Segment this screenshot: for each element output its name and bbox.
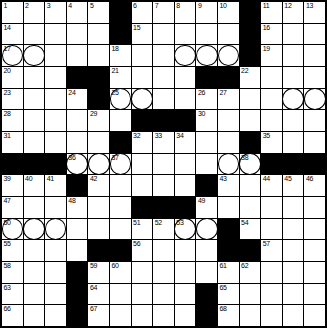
cell-r4c12[interactable]: 22 [240, 67, 261, 88]
black-cell-r12c12 [240, 240, 261, 261]
cell-r15c9[interactable] [175, 305, 196, 326]
black-cell-r6c7 [132, 110, 153, 131]
cell-r11c10[interactable] [196, 219, 217, 240]
cell-r7c9[interactable]: 34 [175, 132, 196, 153]
black-cell-r4c5 [88, 67, 109, 88]
clue-number: 61 [220, 262, 227, 270]
cell-r15c5[interactable]: 67 [88, 305, 109, 326]
cell-r10c12[interactable] [240, 197, 261, 218]
cell-r7c2[interactable] [24, 132, 45, 153]
black-cell-r11c11 [218, 219, 239, 240]
cell-r13c5[interactable]: 59 [88, 262, 109, 283]
cell-r7c10[interactable] [196, 132, 217, 153]
cell-r4c8[interactable] [153, 67, 174, 88]
clue-number: 31 [4, 132, 11, 140]
cell-r13c9[interactable] [175, 262, 196, 283]
cell-r9c15[interactable]: 46 [304, 175, 325, 196]
cell-r13c10[interactable] [196, 262, 217, 283]
cell-r3c4[interactable] [67, 45, 88, 66]
circle-marker [23, 45, 45, 67]
cell-r15c8[interactable] [153, 305, 174, 326]
clue-number: 16 [263, 24, 270, 32]
cell-r12c4[interactable] [67, 240, 88, 261]
cell-r14c1[interactable]: 63 [2, 284, 23, 305]
cell-r5c14[interactable] [283, 89, 304, 110]
cell-r5c15[interactable] [304, 89, 325, 110]
cell-r4c6[interactable]: 21 [110, 67, 131, 88]
cell-r2c7[interactable]: 15 [132, 24, 153, 45]
cell-r13c2[interactable] [24, 262, 45, 283]
clue-number: 45 [284, 175, 291, 183]
clue-number: 23 [4, 89, 11, 97]
cell-r5c7[interactable] [132, 89, 153, 110]
cell-r5c2[interactable] [24, 89, 45, 110]
cell-r15c12[interactable] [240, 305, 261, 326]
clue-number: 10 [220, 2, 227, 10]
cell-r3c6[interactable]: 18 [110, 45, 131, 66]
circle-marker [23, 218, 45, 240]
clue-number: 53 [176, 219, 183, 227]
cell-r6c15[interactable] [304, 110, 325, 131]
clue-number: 7 [155, 2, 159, 10]
black-cell-r12c6 [110, 240, 131, 261]
clue-number: 39 [4, 175, 11, 183]
cell-r11c4[interactable] [67, 219, 88, 240]
cell-r11c14[interactable] [283, 219, 304, 240]
black-cell-r10c9 [175, 197, 196, 218]
cell-r8c4[interactable]: 36 [67, 154, 88, 175]
cell-r10c13[interactable] [261, 197, 282, 218]
cell-r15c15[interactable] [304, 305, 325, 326]
cell-r7c7[interactable]: 32 [132, 132, 153, 153]
black-cell-r8c14 [283, 154, 304, 175]
cell-r4c13[interactable] [261, 67, 282, 88]
clue-number: 25 [112, 89, 119, 97]
black-cell-r10c7 [132, 197, 153, 218]
cell-r2c1[interactable]: 14 [2, 24, 23, 45]
clue-number: 19 [263, 45, 270, 53]
cell-r3c1[interactable]: 17 [2, 45, 23, 66]
cell-r9c14[interactable]: 45 [283, 175, 304, 196]
cell-r5c8[interactable] [153, 89, 174, 110]
cell-r10c15[interactable] [304, 197, 325, 218]
black-cell-r4c10 [196, 67, 217, 88]
cell-r8c11[interactable] [218, 154, 239, 175]
clue-number: 56 [133, 240, 140, 248]
black-cell-r6c9 [175, 110, 196, 131]
cell-r13c7[interactable] [132, 262, 153, 283]
cell-r5c11[interactable]: 27 [218, 89, 239, 110]
cell-r9c5[interactable]: 42 [88, 175, 109, 196]
circle-marker [218, 45, 240, 67]
circle-marker [196, 45, 218, 67]
black-cell-r9c10 [196, 175, 217, 196]
cell-r1c9[interactable]: 8 [175, 2, 196, 23]
cell-r12c7[interactable]: 56 [132, 240, 153, 261]
cell-r11c15[interactable] [304, 219, 325, 240]
cell-r6c10[interactable]: 30 [196, 110, 217, 131]
black-cell-r13c4 [67, 262, 88, 283]
clue-number: 11 [263, 2, 270, 10]
cell-r6c12[interactable] [240, 110, 261, 131]
clue-number: 55 [4, 240, 11, 248]
clue-number: 18 [112, 45, 119, 53]
cell-r3c8[interactable] [153, 45, 174, 66]
clue-number: 68 [220, 305, 227, 313]
clue-number: 20 [4, 67, 11, 75]
cell-r3c3[interactable] [45, 45, 66, 66]
cell-r4c14[interactable] [283, 67, 304, 88]
cell-r13c8[interactable] [153, 262, 174, 283]
cell-r5c12[interactable] [240, 89, 261, 110]
circle-marker [196, 218, 218, 240]
cell-r1c1[interactable]: 1 [2, 2, 23, 23]
clue-number: 13 [306, 2, 313, 10]
black-cell-r7c12 [240, 132, 261, 153]
cell-r10c11[interactable] [218, 197, 239, 218]
cell-r9c2[interactable]: 40 [24, 175, 45, 196]
cell-r6c5[interactable]: 29 [88, 110, 109, 131]
cell-r5c6[interactable]: 25 [110, 89, 131, 110]
cell-r6c3[interactable] [45, 110, 66, 131]
cell-r1c15[interactable]: 13 [304, 2, 325, 23]
cell-r13c3[interactable] [45, 262, 66, 283]
cell-r3c14[interactable] [283, 45, 304, 66]
cell-r6c14[interactable] [283, 110, 304, 131]
clue-number: 43 [220, 175, 227, 183]
cell-r15c13[interactable] [261, 305, 282, 326]
clue-number: 37 [112, 154, 119, 162]
cell-r14c9[interactable] [175, 284, 196, 305]
cell-r3c13[interactable]: 19 [261, 45, 282, 66]
cell-r12c10[interactable] [196, 240, 217, 261]
cell-r14c13[interactable] [261, 284, 282, 305]
cell-r7c13[interactable]: 35 [261, 132, 282, 153]
cell-r11c3[interactable] [45, 219, 66, 240]
cell-r10c14[interactable] [283, 197, 304, 218]
cell-r5c1[interactable]: 23 [2, 89, 23, 110]
cell-r10c4[interactable]: 48 [67, 197, 88, 218]
cell-r12c1[interactable]: 55 [2, 240, 23, 261]
cell-r9c1[interactable]: 39 [2, 175, 23, 196]
cell-r8c7[interactable] [132, 154, 153, 175]
cell-r1c5[interactable]: 5 [88, 2, 109, 23]
black-cell-r12c5 [88, 240, 109, 261]
cell-r9c13[interactable]: 44 [261, 175, 282, 196]
cell-r8c12[interactable]: 38 [240, 154, 261, 175]
cell-r1c8[interactable]: 7 [153, 2, 174, 23]
black-cell-r6c8 [153, 110, 174, 131]
cell-r13c12[interactable]: 62 [240, 262, 261, 283]
cell-r14c7[interactable] [132, 284, 153, 305]
cell-r12c8[interactable] [153, 240, 174, 261]
cell-r5c13[interactable] [261, 89, 282, 110]
cell-r6c13[interactable] [261, 110, 282, 131]
black-cell-r15c10 [196, 305, 217, 326]
cell-r14c2[interactable] [24, 284, 45, 305]
clue-number: 42 [90, 175, 97, 183]
cell-r11c6[interactable] [110, 219, 131, 240]
clue-number: 36 [68, 154, 75, 162]
cell-r11c12[interactable]: 54 [240, 219, 261, 240]
cell-r11c8[interactable]: 52 [153, 219, 174, 240]
clue-number: 27 [220, 89, 227, 97]
clue-number: 35 [263, 132, 270, 140]
cell-r1c11[interactable]: 10 [218, 2, 239, 23]
cell-r2c5[interactable] [88, 24, 109, 45]
cell-r7c14[interactable] [283, 132, 304, 153]
cell-r2c9[interactable] [175, 24, 196, 45]
clue-number: 58 [4, 262, 11, 270]
clue-number: 34 [176, 132, 183, 140]
clue-number: 44 [263, 175, 270, 183]
crossword-puzzle: 1234567891011121314151617181920212223242… [0, 0, 327, 328]
cell-r9c7[interactable] [132, 175, 153, 196]
cell-r2c3[interactable] [45, 24, 66, 45]
clue-number: 8 [176, 2, 180, 10]
cell-r12c15[interactable] [304, 240, 325, 261]
cell-r12c2[interactable] [24, 240, 45, 261]
clue-number: 29 [90, 110, 97, 118]
cell-r3c7[interactable] [132, 45, 153, 66]
cell-r10c3[interactable] [45, 197, 66, 218]
cell-r15c7[interactable] [132, 305, 153, 326]
clue-number: 21 [112, 67, 119, 75]
clue-number: 17 [4, 45, 11, 53]
clue-number: 49 [198, 197, 205, 205]
cell-r14c15[interactable] [304, 284, 325, 305]
black-cell-r14c10 [196, 284, 217, 305]
cell-r11c13[interactable] [261, 219, 282, 240]
cell-r7c11[interactable] [218, 132, 239, 153]
cell-r8c9[interactable] [175, 154, 196, 175]
cell-r12c9[interactable] [175, 240, 196, 261]
cell-r15c3[interactable] [45, 305, 66, 326]
cell-r13c11[interactable]: 61 [218, 262, 239, 283]
clue-number: 48 [68, 197, 75, 205]
cell-r2c4[interactable] [67, 24, 88, 45]
cell-r2c14[interactable] [283, 24, 304, 45]
black-cell-r5c5 [88, 89, 109, 110]
clue-number: 41 [47, 175, 54, 183]
cell-r13c6[interactable]: 60 [110, 262, 131, 283]
cell-r6c6[interactable] [110, 110, 131, 131]
cell-r15c1[interactable]: 66 [2, 305, 23, 326]
cell-r6c4[interactable] [67, 110, 88, 131]
clue-number: 15 [133, 24, 140, 32]
clue-number: 40 [25, 175, 32, 183]
clue-number: 52 [155, 219, 162, 227]
circle-marker [131, 88, 153, 110]
black-cell-r4c11 [218, 67, 239, 88]
clue-number: 64 [90, 284, 97, 292]
cell-r13c15[interactable] [304, 262, 325, 283]
black-cell-r10c8 [153, 197, 174, 218]
black-cell-r2c12 [240, 24, 261, 45]
cell-r1c7[interactable]: 6 [132, 2, 153, 23]
black-cell-r3c12 [240, 45, 261, 66]
circle-marker [304, 88, 326, 110]
cell-r3c10[interactable] [196, 45, 217, 66]
cell-r4c3[interactable] [45, 67, 66, 88]
clue-number: 12 [284, 2, 291, 10]
cell-r15c6[interactable] [110, 305, 131, 326]
cell-r4c2[interactable] [24, 67, 45, 88]
cell-r13c13[interactable] [261, 262, 282, 283]
clue-number: 1 [4, 2, 8, 10]
cell-r14c8[interactable] [153, 284, 174, 305]
clue-number: 6 [133, 2, 137, 10]
cell-r2c11[interactable] [218, 24, 239, 45]
black-cell-r7c6 [110, 132, 131, 153]
cell-r3c11[interactable] [218, 45, 239, 66]
cell-r15c14[interactable] [283, 305, 304, 326]
clue-number: 3 [47, 2, 51, 10]
cell-r1c4[interactable]: 4 [67, 2, 88, 23]
cell-r9c8[interactable] [153, 175, 174, 196]
clue-number: 67 [90, 305, 97, 313]
black-cell-r4c4 [67, 67, 88, 88]
black-cell-r2c6 [110, 24, 131, 45]
clue-number: 28 [4, 110, 11, 118]
clue-number: 47 [4, 197, 11, 205]
clue-number: 50 [4, 219, 11, 227]
cell-r4c7[interactable] [132, 67, 153, 88]
clue-number: 32 [133, 132, 140, 140]
clue-number: 38 [241, 154, 248, 162]
cell-r9c12[interactable] [240, 175, 261, 196]
cell-r3c5[interactable] [88, 45, 109, 66]
cell-r9c9[interactable] [175, 175, 196, 196]
cell-r1c2[interactable]: 2 [24, 2, 45, 23]
cell-r2c10[interactable] [196, 24, 217, 45]
cell-r10c5[interactable] [88, 197, 109, 218]
cell-r5c4[interactable]: 24 [67, 89, 88, 110]
clue-number: 62 [241, 262, 248, 270]
clue-number: 66 [4, 305, 11, 313]
cell-r8c5[interactable] [88, 154, 109, 175]
cell-r10c1[interactable]: 47 [2, 197, 23, 218]
clue-number: 2 [25, 2, 29, 10]
cell-r10c10[interactable]: 49 [196, 197, 217, 218]
cell-r11c9[interactable]: 53 [175, 219, 196, 240]
black-cell-r8c15 [304, 154, 325, 175]
black-cell-r12c11 [218, 240, 239, 261]
cell-r6c2[interactable] [24, 110, 45, 131]
cell-r5c10[interactable]: 26 [196, 89, 217, 110]
circle-marker [282, 88, 304, 110]
cell-r14c12[interactable] [240, 284, 261, 305]
cell-r3c9[interactable] [175, 45, 196, 66]
cell-r2c8[interactable] [153, 24, 174, 45]
cell-r3c2[interactable] [24, 45, 45, 66]
cell-r2c2[interactable] [24, 24, 45, 45]
clue-number: 65 [220, 284, 227, 292]
cell-r1c10[interactable]: 9 [196, 2, 217, 23]
black-cell-r1c12 [240, 2, 261, 23]
cell-r9c3[interactable]: 41 [45, 175, 66, 196]
circle-marker [45, 218, 67, 240]
clue-number: 24 [68, 89, 75, 97]
cell-r15c11[interactable]: 68 [218, 305, 239, 326]
clue-number: 5 [90, 2, 94, 10]
cell-r12c3[interactable] [45, 240, 66, 261]
cell-r4c9[interactable] [175, 67, 196, 88]
black-cell-r8c1 [2, 154, 23, 175]
cell-r12c14[interactable] [283, 240, 304, 261]
cell-r2c15[interactable] [304, 24, 325, 45]
cell-r13c1[interactable]: 58 [2, 262, 23, 283]
cell-r14c11[interactable]: 65 [218, 284, 239, 305]
black-cell-r8c3 [45, 154, 66, 175]
cell-r9c6[interactable] [110, 175, 131, 196]
cell-r10c2[interactable] [24, 197, 45, 218]
cell-r13c14[interactable] [283, 262, 304, 283]
cell-r6c11[interactable] [218, 110, 239, 131]
cell-r7c1[interactable]: 31 [2, 132, 23, 153]
cell-r4c1[interactable]: 20 [2, 67, 23, 88]
clue-number: 60 [112, 262, 119, 270]
cell-r1c3[interactable]: 3 [45, 2, 66, 23]
cell-r14c6[interactable] [110, 284, 131, 305]
cell-r5c3[interactable] [45, 89, 66, 110]
cell-r11c2[interactable] [24, 219, 45, 240]
black-cell-r1c6 [110, 2, 131, 23]
cell-r8c10[interactable] [196, 154, 217, 175]
cell-r8c6[interactable]: 37 [110, 154, 131, 175]
clue-number: 46 [306, 175, 313, 183]
circle-marker [218, 153, 240, 175]
clue-number: 14 [4, 24, 11, 32]
cell-r14c3[interactable] [45, 284, 66, 305]
cell-r7c4[interactable] [67, 132, 88, 153]
cell-r1c13[interactable]: 11 [261, 2, 282, 23]
cell-r7c8[interactable]: 33 [153, 132, 174, 153]
cell-r9c11[interactable]: 43 [218, 175, 239, 196]
clue-number: 33 [155, 132, 162, 140]
cell-r2c13[interactable]: 16 [261, 24, 282, 45]
cell-r12c13[interactable]: 57 [261, 240, 282, 261]
black-cell-r14c4 [67, 284, 88, 305]
cell-r15c2[interactable] [24, 305, 45, 326]
clue-number: 4 [68, 2, 72, 10]
cell-r6c1[interactable]: 28 [2, 110, 23, 131]
cell-r5c9[interactable] [175, 89, 196, 110]
black-cell-r8c13 [261, 154, 282, 175]
cell-r3c15[interactable] [304, 45, 325, 66]
cell-r11c7[interactable]: 51 [132, 219, 153, 240]
crossword-grid: 1234567891011121314151617181920212223242… [0, 0, 327, 328]
cell-r11c1[interactable]: 50 [2, 219, 23, 240]
cell-r10c6[interactable] [110, 197, 131, 218]
clue-number: 54 [241, 219, 248, 227]
circle-marker [174, 45, 196, 67]
clue-number: 57 [263, 240, 270, 248]
cell-r7c15[interactable] [304, 132, 325, 153]
clue-number: 63 [4, 284, 11, 292]
cell-r14c5[interactable]: 64 [88, 284, 109, 305]
cell-r11c5[interactable] [88, 219, 109, 240]
black-cell-r9c4 [67, 175, 88, 196]
clue-number: 22 [241, 67, 248, 75]
clue-number: 9 [198, 2, 202, 10]
cell-r7c5[interactable] [88, 132, 109, 153]
cell-r8c8[interactable] [153, 154, 174, 175]
cell-r7c3[interactable] [45, 132, 66, 153]
cell-r4c15[interactable] [304, 67, 325, 88]
cell-r14c14[interactable] [283, 284, 304, 305]
cell-r1c14[interactable]: 12 [283, 2, 304, 23]
